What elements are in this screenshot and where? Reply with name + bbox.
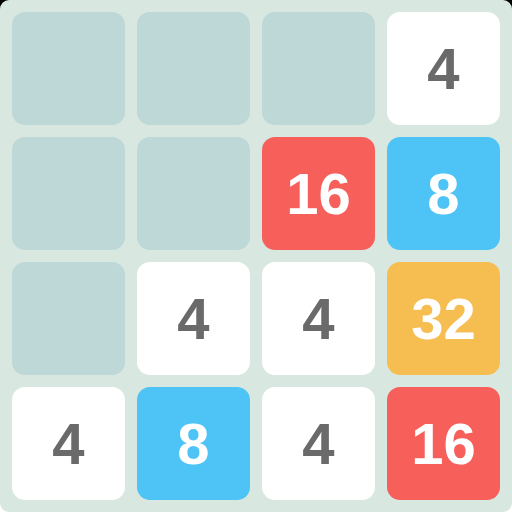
2048-board[interactable]: 4168443248416 <box>0 0 512 512</box>
tile-4-r3c2: 4 <box>137 262 250 375</box>
tile-8-r2c4: 8 <box>387 137 500 250</box>
tile-4-r3c3: 4 <box>262 262 375 375</box>
tile-8-r4c2: 8 <box>137 387 250 500</box>
tile-16-r4c4: 16 <box>387 387 500 500</box>
tile-4-r4c3: 4 <box>262 387 375 500</box>
empty-cell-r2c2 <box>137 137 250 250</box>
empty-cell-r3c1 <box>12 262 125 375</box>
empty-cell-r2c1 <box>12 137 125 250</box>
tile-16-r2c3: 16 <box>262 137 375 250</box>
empty-cell-r1c3 <box>262 12 375 125</box>
tile-32-r3c4: 32 <box>387 262 500 375</box>
empty-cell-r1c2 <box>137 12 250 125</box>
tile-4-r4c1: 4 <box>12 387 125 500</box>
tile-4-r1c4: 4 <box>387 12 500 125</box>
empty-cell-r1c1 <box>12 12 125 125</box>
